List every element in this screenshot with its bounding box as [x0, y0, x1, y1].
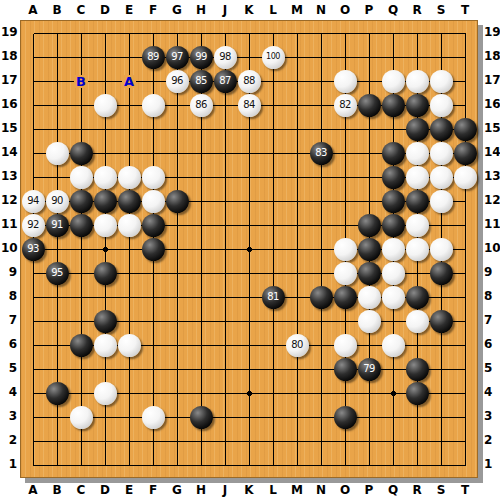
- intersection-F16[interactable]: [141, 93, 165, 117]
- intersection-Q4[interactable]: [381, 381, 405, 405]
- intersection-J19[interactable]: [213, 21, 237, 45]
- intersection-T6[interactable]: [453, 333, 477, 357]
- intersection-P6[interactable]: [357, 333, 381, 357]
- intersection-C9[interactable]: [69, 261, 93, 285]
- intersection-G11[interactable]: [165, 213, 189, 237]
- intersection-E9[interactable]: [117, 261, 141, 285]
- intersection-S3[interactable]: [429, 405, 453, 429]
- intersection-N9[interactable]: [309, 261, 333, 285]
- intersection-Q3[interactable]: [381, 405, 405, 429]
- intersection-N10[interactable]: [309, 237, 333, 261]
- intersection-R8[interactable]: [405, 285, 429, 309]
- intersection-H8[interactable]: [189, 285, 213, 309]
- intersection-G5[interactable]: [165, 357, 189, 381]
- intersection-F13[interactable]: [141, 165, 165, 189]
- intersection-G14[interactable]: [165, 141, 189, 165]
- intersection-G1[interactable]: [165, 453, 189, 477]
- intersection-T3[interactable]: [453, 405, 477, 429]
- intersection-H5[interactable]: [189, 357, 213, 381]
- intersection-M11[interactable]: [285, 213, 309, 237]
- intersection-J7[interactable]: [213, 309, 237, 333]
- intersection-L4[interactable]: [261, 381, 285, 405]
- intersection-H19[interactable]: [189, 21, 213, 45]
- intersection-K16[interactable]: 84: [237, 93, 261, 117]
- intersection-L15[interactable]: [261, 117, 285, 141]
- intersection-J10[interactable]: [213, 237, 237, 261]
- intersection-L7[interactable]: [261, 309, 285, 333]
- intersection-D7[interactable]: [93, 309, 117, 333]
- intersection-S17[interactable]: [429, 69, 453, 93]
- intersection-R13[interactable]: [405, 165, 429, 189]
- intersection-D4[interactable]: [93, 381, 117, 405]
- intersection-M16[interactable]: [285, 93, 309, 117]
- intersection-A6[interactable]: [21, 333, 45, 357]
- intersection-D15[interactable]: [93, 117, 117, 141]
- intersection-O6[interactable]: [333, 333, 357, 357]
- intersection-R14[interactable]: [405, 141, 429, 165]
- intersection-N17[interactable]: [309, 69, 333, 93]
- intersection-D13[interactable]: [93, 165, 117, 189]
- intersection-E18[interactable]: [117, 45, 141, 69]
- intersection-P5[interactable]: 79: [357, 357, 381, 381]
- intersection-N6[interactable]: [309, 333, 333, 357]
- intersection-P1[interactable]: [357, 453, 381, 477]
- intersection-J3[interactable]: [213, 405, 237, 429]
- intersection-Q16[interactable]: [381, 93, 405, 117]
- intersection-K1[interactable]: [237, 453, 261, 477]
- intersection-T10[interactable]: [453, 237, 477, 261]
- intersection-M2[interactable]: [285, 429, 309, 453]
- intersection-C6[interactable]: [69, 333, 93, 357]
- intersection-N19[interactable]: [309, 21, 333, 45]
- intersection-B16[interactable]: [45, 93, 69, 117]
- intersection-O11[interactable]: [333, 213, 357, 237]
- intersection-E12[interactable]: [117, 189, 141, 213]
- intersection-C15[interactable]: [69, 117, 93, 141]
- intersection-F2[interactable]: [141, 429, 165, 453]
- intersection-M3[interactable]: [285, 405, 309, 429]
- intersection-D8[interactable]: [93, 285, 117, 309]
- intersection-S13[interactable]: [429, 165, 453, 189]
- intersection-B10[interactable]: [45, 237, 69, 261]
- intersection-Q19[interactable]: [381, 21, 405, 45]
- intersection-H9[interactable]: [189, 261, 213, 285]
- intersection-M15[interactable]: [285, 117, 309, 141]
- intersection-E14[interactable]: [117, 141, 141, 165]
- intersection-G7[interactable]: [165, 309, 189, 333]
- intersection-J8[interactable]: [213, 285, 237, 309]
- intersection-G8[interactable]: [165, 285, 189, 309]
- intersection-N12[interactable]: [309, 189, 333, 213]
- intersection-Q15[interactable]: [381, 117, 405, 141]
- intersection-J13[interactable]: [213, 165, 237, 189]
- intersection-C19[interactable]: [69, 21, 93, 45]
- intersection-S18[interactable]: [429, 45, 453, 69]
- intersection-S10[interactable]: [429, 237, 453, 261]
- intersection-C3[interactable]: [69, 405, 93, 429]
- intersection-H18[interactable]: 99: [189, 45, 213, 69]
- intersection-A5[interactable]: [21, 357, 45, 381]
- intersection-K4[interactable]: [237, 381, 261, 405]
- intersection-B1[interactable]: [45, 453, 69, 477]
- intersection-K2[interactable]: [237, 429, 261, 453]
- intersection-R6[interactable]: [405, 333, 429, 357]
- intersection-L17[interactable]: [261, 69, 285, 93]
- intersection-N3[interactable]: [309, 405, 333, 429]
- intersection-R5[interactable]: [405, 357, 429, 381]
- intersection-N15[interactable]: [309, 117, 333, 141]
- intersection-Q17[interactable]: [381, 69, 405, 93]
- intersection-B4[interactable]: [45, 381, 69, 405]
- intersection-S9[interactable]: [429, 261, 453, 285]
- intersection-G4[interactable]: [165, 381, 189, 405]
- intersection-G3[interactable]: [165, 405, 189, 429]
- intersection-P10[interactable]: [357, 237, 381, 261]
- intersection-R12[interactable]: [405, 189, 429, 213]
- intersection-K14[interactable]: [237, 141, 261, 165]
- intersection-C17[interactable]: B: [69, 69, 93, 93]
- intersection-C10[interactable]: [69, 237, 93, 261]
- intersection-D12[interactable]: [93, 189, 117, 213]
- intersection-P11[interactable]: [357, 213, 381, 237]
- intersection-C2[interactable]: [69, 429, 93, 453]
- intersection-L10[interactable]: [261, 237, 285, 261]
- intersection-E5[interactable]: [117, 357, 141, 381]
- intersection-N8[interactable]: [309, 285, 333, 309]
- intersection-G19[interactable]: [165, 21, 189, 45]
- intersection-G17[interactable]: 96: [165, 69, 189, 93]
- intersection-N4[interactable]: [309, 381, 333, 405]
- intersection-M4[interactable]: [285, 381, 309, 405]
- intersection-J6[interactable]: [213, 333, 237, 357]
- intersection-R18[interactable]: [405, 45, 429, 69]
- intersection-J15[interactable]: [213, 117, 237, 141]
- intersection-E15[interactable]: [117, 117, 141, 141]
- intersection-C7[interactable]: [69, 309, 93, 333]
- intersection-J17[interactable]: 87: [213, 69, 237, 93]
- intersection-R17[interactable]: [405, 69, 429, 93]
- intersection-K13[interactable]: [237, 165, 261, 189]
- intersection-B12[interactable]: 90: [45, 189, 69, 213]
- intersection-K7[interactable]: [237, 309, 261, 333]
- intersection-A19[interactable]: [21, 21, 45, 45]
- intersection-S16[interactable]: [429, 93, 453, 117]
- intersection-P12[interactable]: [357, 189, 381, 213]
- intersection-Q13[interactable]: [381, 165, 405, 189]
- intersection-F7[interactable]: [141, 309, 165, 333]
- intersection-L18[interactable]: 100: [261, 45, 285, 69]
- intersection-R2[interactable]: [405, 429, 429, 453]
- intersection-O15[interactable]: [333, 117, 357, 141]
- intersection-A1[interactable]: [21, 453, 45, 477]
- intersection-R11[interactable]: [405, 213, 429, 237]
- intersection-S19[interactable]: [429, 21, 453, 45]
- intersection-F4[interactable]: [141, 381, 165, 405]
- intersection-K5[interactable]: [237, 357, 261, 381]
- intersection-T7[interactable]: [453, 309, 477, 333]
- intersection-Q2[interactable]: [381, 429, 405, 453]
- intersection-E3[interactable]: [117, 405, 141, 429]
- intersection-H10[interactable]: [189, 237, 213, 261]
- intersection-K18[interactable]: [237, 45, 261, 69]
- intersection-B14[interactable]: [45, 141, 69, 165]
- intersection-O19[interactable]: [333, 21, 357, 45]
- intersection-E1[interactable]: [117, 453, 141, 477]
- intersection-S2[interactable]: [429, 429, 453, 453]
- intersection-O12[interactable]: [333, 189, 357, 213]
- intersection-J1[interactable]: [213, 453, 237, 477]
- intersection-A10[interactable]: 93: [21, 237, 45, 261]
- intersection-P17[interactable]: [357, 69, 381, 93]
- intersection-K6[interactable]: [237, 333, 261, 357]
- intersection-L5[interactable]: [261, 357, 285, 381]
- intersection-S1[interactable]: [429, 453, 453, 477]
- intersection-T1[interactable]: [453, 453, 477, 477]
- intersection-F18[interactable]: 89: [141, 45, 165, 69]
- intersection-O16[interactable]: 82: [333, 93, 357, 117]
- intersection-T8[interactable]: [453, 285, 477, 309]
- intersection-A11[interactable]: 92: [21, 213, 45, 237]
- intersection-L1[interactable]: [261, 453, 285, 477]
- intersection-Q1[interactable]: [381, 453, 405, 477]
- intersection-H3[interactable]: [189, 405, 213, 429]
- intersection-C13[interactable]: [69, 165, 93, 189]
- intersection-P15[interactable]: [357, 117, 381, 141]
- intersection-L6[interactable]: [261, 333, 285, 357]
- intersection-Q7[interactable]: [381, 309, 405, 333]
- intersection-F12[interactable]: [141, 189, 165, 213]
- intersection-T15[interactable]: [453, 117, 477, 141]
- intersection-R7[interactable]: [405, 309, 429, 333]
- intersection-A7[interactable]: [21, 309, 45, 333]
- intersection-G18[interactable]: 97: [165, 45, 189, 69]
- intersection-E11[interactable]: [117, 213, 141, 237]
- goban[interactable]: 89979998100BA968587888684828394909291939…: [20, 20, 478, 478]
- intersection-L14[interactable]: [261, 141, 285, 165]
- intersection-A15[interactable]: [21, 117, 45, 141]
- intersection-S14[interactable]: [429, 141, 453, 165]
- intersection-D2[interactable]: [93, 429, 117, 453]
- intersection-F9[interactable]: [141, 261, 165, 285]
- intersection-M10[interactable]: [285, 237, 309, 261]
- intersection-L13[interactable]: [261, 165, 285, 189]
- intersection-E16[interactable]: [117, 93, 141, 117]
- intersection-L9[interactable]: [261, 261, 285, 285]
- intersection-O2[interactable]: [333, 429, 357, 453]
- intersection-E19[interactable]: [117, 21, 141, 45]
- intersection-H2[interactable]: [189, 429, 213, 453]
- intersection-M17[interactable]: [285, 69, 309, 93]
- intersection-H12[interactable]: [189, 189, 213, 213]
- intersection-T16[interactable]: [453, 93, 477, 117]
- intersection-Q18[interactable]: [381, 45, 405, 69]
- intersection-N7[interactable]: [309, 309, 333, 333]
- intersection-E2[interactable]: [117, 429, 141, 453]
- intersection-C14[interactable]: [69, 141, 93, 165]
- intersection-G9[interactable]: [165, 261, 189, 285]
- intersection-R16[interactable]: [405, 93, 429, 117]
- intersection-D16[interactable]: [93, 93, 117, 117]
- intersection-T11[interactable]: [453, 213, 477, 237]
- intersection-D11[interactable]: [93, 213, 117, 237]
- intersection-R4[interactable]: [405, 381, 429, 405]
- intersection-G2[interactable]: [165, 429, 189, 453]
- intersection-Q11[interactable]: [381, 213, 405, 237]
- intersection-N18[interactable]: [309, 45, 333, 69]
- intersection-J4[interactable]: [213, 381, 237, 405]
- intersection-E7[interactable]: [117, 309, 141, 333]
- intersection-R10[interactable]: [405, 237, 429, 261]
- intersection-B18[interactable]: [45, 45, 69, 69]
- intersection-D14[interactable]: [93, 141, 117, 165]
- intersection-A8[interactable]: [21, 285, 45, 309]
- intersection-A2[interactable]: [21, 429, 45, 453]
- intersection-E8[interactable]: [117, 285, 141, 309]
- intersection-J14[interactable]: [213, 141, 237, 165]
- intersection-H4[interactable]: [189, 381, 213, 405]
- intersection-P18[interactable]: [357, 45, 381, 69]
- intersection-K8[interactable]: [237, 285, 261, 309]
- intersection-T17[interactable]: [453, 69, 477, 93]
- intersection-C8[interactable]: [69, 285, 93, 309]
- intersection-C5[interactable]: [69, 357, 93, 381]
- intersection-T9[interactable]: [453, 261, 477, 285]
- intersection-A12[interactable]: 94: [21, 189, 45, 213]
- intersection-K10[interactable]: [237, 237, 261, 261]
- intersection-O13[interactable]: [333, 165, 357, 189]
- intersection-D1[interactable]: [93, 453, 117, 477]
- intersection-D3[interactable]: [93, 405, 117, 429]
- intersection-R9[interactable]: [405, 261, 429, 285]
- intersection-T13[interactable]: [453, 165, 477, 189]
- intersection-Q14[interactable]: [381, 141, 405, 165]
- intersection-S6[interactable]: [429, 333, 453, 357]
- intersection-H7[interactable]: [189, 309, 213, 333]
- intersection-Q6[interactable]: [381, 333, 405, 357]
- intersection-E10[interactable]: [117, 237, 141, 261]
- intersection-N14[interactable]: 83: [309, 141, 333, 165]
- intersection-G15[interactable]: [165, 117, 189, 141]
- intersection-F14[interactable]: [141, 141, 165, 165]
- intersection-K3[interactable]: [237, 405, 261, 429]
- intersection-O17[interactable]: [333, 69, 357, 93]
- intersection-S4[interactable]: [429, 381, 453, 405]
- intersection-R3[interactable]: [405, 405, 429, 429]
- intersection-A14[interactable]: [21, 141, 45, 165]
- intersection-O10[interactable]: [333, 237, 357, 261]
- intersection-B3[interactable]: [45, 405, 69, 429]
- intersection-F5[interactable]: [141, 357, 165, 381]
- intersection-F8[interactable]: [141, 285, 165, 309]
- intersection-J9[interactable]: [213, 261, 237, 285]
- intersection-H16[interactable]: 86: [189, 93, 213, 117]
- intersection-J5[interactable]: [213, 357, 237, 381]
- intersection-M5[interactable]: [285, 357, 309, 381]
- intersection-C1[interactable]: [69, 453, 93, 477]
- intersection-B17[interactable]: [45, 69, 69, 93]
- intersection-C16[interactable]: [69, 93, 93, 117]
- intersection-Q10[interactable]: [381, 237, 405, 261]
- intersection-C4[interactable]: [69, 381, 93, 405]
- intersection-P3[interactable]: [357, 405, 381, 429]
- intersection-K12[interactable]: [237, 189, 261, 213]
- intersection-G10[interactable]: [165, 237, 189, 261]
- intersection-G6[interactable]: [165, 333, 189, 357]
- intersection-H17[interactable]: 85: [189, 69, 213, 93]
- intersection-P19[interactable]: [357, 21, 381, 45]
- intersection-G16[interactable]: [165, 93, 189, 117]
- intersection-T2[interactable]: [453, 429, 477, 453]
- intersection-P9[interactable]: [357, 261, 381, 285]
- intersection-A16[interactable]: [21, 93, 45, 117]
- intersection-J12[interactable]: [213, 189, 237, 213]
- intersection-N16[interactable]: [309, 93, 333, 117]
- intersection-M8[interactable]: [285, 285, 309, 309]
- intersection-C11[interactable]: [69, 213, 93, 237]
- intersection-S8[interactable]: [429, 285, 453, 309]
- intersection-S11[interactable]: [429, 213, 453, 237]
- intersection-J11[interactable]: [213, 213, 237, 237]
- intersection-L3[interactable]: [261, 405, 285, 429]
- intersection-K17[interactable]: 88: [237, 69, 261, 93]
- intersection-M13[interactable]: [285, 165, 309, 189]
- intersection-D10[interactable]: [93, 237, 117, 261]
- intersection-N5[interactable]: [309, 357, 333, 381]
- intersection-O4[interactable]: [333, 381, 357, 405]
- intersection-C12[interactable]: [69, 189, 93, 213]
- intersection-E13[interactable]: [117, 165, 141, 189]
- intersection-P16[interactable]: [357, 93, 381, 117]
- intersection-B5[interactable]: [45, 357, 69, 381]
- intersection-P13[interactable]: [357, 165, 381, 189]
- intersection-M19[interactable]: [285, 21, 309, 45]
- intersection-B7[interactable]: [45, 309, 69, 333]
- intersection-Q12[interactable]: [381, 189, 405, 213]
- intersection-N11[interactable]: [309, 213, 333, 237]
- intersection-H15[interactable]: [189, 117, 213, 141]
- intersection-F10[interactable]: [141, 237, 165, 261]
- intersection-M14[interactable]: [285, 141, 309, 165]
- intersection-L19[interactable]: [261, 21, 285, 45]
- intersection-J18[interactable]: 98: [213, 45, 237, 69]
- intersection-J2[interactable]: [213, 429, 237, 453]
- intersection-B11[interactable]: 91: [45, 213, 69, 237]
- intersection-G12[interactable]: [165, 189, 189, 213]
- intersection-E4[interactable]: [117, 381, 141, 405]
- intersection-F6[interactable]: [141, 333, 165, 357]
- intersection-J16[interactable]: [213, 93, 237, 117]
- intersection-O14[interactable]: [333, 141, 357, 165]
- intersection-L8[interactable]: 81: [261, 285, 285, 309]
- intersection-H13[interactable]: [189, 165, 213, 189]
- intersection-Q5[interactable]: [381, 357, 405, 381]
- intersection-R15[interactable]: [405, 117, 429, 141]
- intersection-O5[interactable]: [333, 357, 357, 381]
- intersection-P7[interactable]: [357, 309, 381, 333]
- intersection-R19[interactable]: [405, 21, 429, 45]
- intersection-B9[interactable]: 95: [45, 261, 69, 285]
- intersection-S5[interactable]: [429, 357, 453, 381]
- intersection-T19[interactable]: [453, 21, 477, 45]
- intersection-A13[interactable]: [21, 165, 45, 189]
- intersection-A3[interactable]: [21, 405, 45, 429]
- intersection-K15[interactable]: [237, 117, 261, 141]
- intersection-F17[interactable]: [141, 69, 165, 93]
- intersection-L11[interactable]: [261, 213, 285, 237]
- intersection-H11[interactable]: [189, 213, 213, 237]
- intersection-D6[interactable]: [93, 333, 117, 357]
- intersection-A9[interactable]: [21, 261, 45, 285]
